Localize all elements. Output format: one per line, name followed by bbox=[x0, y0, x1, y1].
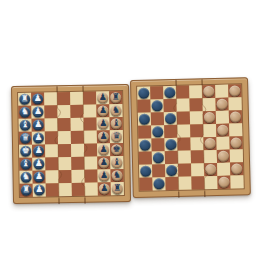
board-square[interactable] bbox=[191, 163, 204, 176]
board-square[interactable] bbox=[151, 112, 164, 125]
chess-piece-wood[interactable]: ♟ bbox=[98, 118, 109, 129]
board-square[interactable] bbox=[70, 105, 83, 118]
board-square[interactable] bbox=[215, 85, 228, 98]
chess-piece-navy[interactable]: ♞ bbox=[20, 172, 31, 183]
board-square[interactable] bbox=[71, 144, 84, 157]
board-square[interactable]: ♟ bbox=[32, 144, 45, 157]
board-square[interactable] bbox=[84, 131, 97, 144]
board-square[interactable] bbox=[150, 86, 163, 99]
board-square[interactable] bbox=[204, 163, 217, 176]
board-square[interactable] bbox=[84, 157, 97, 170]
checker-piece-navy[interactable] bbox=[139, 114, 150, 125]
board-square[interactable] bbox=[164, 125, 177, 138]
board-square[interactable]: ♟ bbox=[97, 143, 110, 156]
board-square[interactable] bbox=[217, 176, 230, 189]
chess-piece-wood[interactable]: ♜ bbox=[110, 92, 121, 103]
chess-piece-symbol: ♟ bbox=[34, 145, 42, 156]
board-square[interactable]: ♚ bbox=[110, 143, 123, 156]
board-square[interactable] bbox=[139, 164, 152, 177]
chess-piece-wood[interactable]: ♞ bbox=[110, 105, 121, 116]
chess-piece-symbol: ♝ bbox=[112, 118, 120, 129]
checkers-board-frame bbox=[130, 77, 251, 198]
board-square[interactable] bbox=[164, 138, 177, 151]
chess-piece-wood[interactable]: ♞ bbox=[111, 170, 122, 181]
board-square[interactable] bbox=[228, 97, 241, 110]
checker-piece-navy[interactable] bbox=[165, 139, 176, 150]
board-square[interactable] bbox=[163, 86, 176, 99]
checker-piece-wood[interactable] bbox=[204, 138, 215, 149]
chess-piece-symbol: ♟ bbox=[35, 158, 43, 169]
board-square[interactable]: ♞ bbox=[110, 169, 123, 182]
checker-piece-navy[interactable] bbox=[152, 126, 163, 137]
chess-piece-symbol: ♜ bbox=[21, 93, 29, 104]
board-square[interactable] bbox=[71, 118, 84, 131]
board-square[interactable]: ♚ bbox=[19, 145, 32, 158]
chess-piece-symbol: ♝ bbox=[21, 119, 29, 130]
chess-piece-symbol: ♟ bbox=[34, 119, 42, 130]
checker-piece-wood[interactable] bbox=[204, 112, 215, 123]
board-square[interactable]: ♞ bbox=[109, 104, 122, 117]
board-square[interactable] bbox=[57, 105, 70, 118]
board-square[interactable] bbox=[191, 176, 204, 189]
board-square[interactable] bbox=[152, 164, 165, 177]
board-square[interactable] bbox=[191, 150, 204, 163]
board-square[interactable] bbox=[45, 157, 58, 170]
board-square[interactable] bbox=[217, 150, 230, 163]
chess-piece-symbol: ♟ bbox=[99, 144, 107, 155]
board-square[interactable] bbox=[203, 124, 216, 137]
board-square[interactable] bbox=[229, 136, 242, 149]
board-square[interactable] bbox=[176, 86, 189, 99]
board-square[interactable] bbox=[59, 183, 72, 196]
checker-piece-navy[interactable] bbox=[165, 113, 176, 124]
board-square[interactable] bbox=[83, 105, 96, 118]
chess-piece-wood[interactable]: ♟ bbox=[98, 144, 109, 155]
board-square[interactable] bbox=[137, 87, 150, 100]
board-square[interactable] bbox=[45, 144, 58, 157]
chess-piece-wood[interactable]: ♝ bbox=[111, 157, 122, 168]
board-square[interactable]: ♟ bbox=[32, 118, 45, 131]
board-square[interactable]: ♟ bbox=[31, 92, 44, 105]
board-square[interactable] bbox=[203, 111, 216, 124]
board-square[interactable] bbox=[57, 92, 70, 105]
board-square[interactable] bbox=[137, 100, 150, 113]
board-square[interactable]: ♟ bbox=[32, 131, 45, 144]
chess-piece-navy[interactable]: ♟ bbox=[34, 184, 45, 195]
chess-piece-navy[interactable]: ♞ bbox=[19, 107, 30, 118]
board-square[interactable] bbox=[190, 124, 203, 137]
chess-piece-wood[interactable]: ♚ bbox=[111, 144, 122, 155]
board-square[interactable] bbox=[151, 125, 164, 138]
board-square[interactable] bbox=[178, 151, 191, 164]
board-square[interactable] bbox=[165, 151, 178, 164]
board-square[interactable]: ♜ bbox=[111, 182, 124, 195]
checker-piece-wood[interactable] bbox=[203, 86, 214, 97]
board-square[interactable] bbox=[71, 131, 84, 144]
board-square[interactable] bbox=[150, 99, 163, 112]
board-square[interactable] bbox=[85, 183, 98, 196]
chess-piece-navy[interactable]: ♟ bbox=[33, 171, 44, 182]
checker-piece-navy[interactable] bbox=[153, 152, 164, 163]
board-square[interactable] bbox=[176, 99, 189, 112]
board-square[interactable] bbox=[45, 131, 58, 144]
chess-piece-symbol: ♚ bbox=[21, 145, 29, 156]
chess-piece-wood[interactable]: ♟ bbox=[97, 92, 108, 103]
checker-piece-navy[interactable] bbox=[164, 87, 175, 98]
chess-piece-symbol: ♟ bbox=[100, 157, 108, 168]
checker-piece-navy[interactable] bbox=[140, 166, 151, 177]
board-square[interactable] bbox=[58, 131, 71, 144]
product-photo: ♜♟♟♜♞♟♟♞♝♟♟♝♛♟♟♛♚♟♟♚♝♟♟♝♞♟♟♞♜♟♟♜ bbox=[0, 0, 259, 259]
chess-piece-symbol: ♞ bbox=[112, 105, 120, 116]
board-square[interactable] bbox=[230, 162, 243, 175]
chess-piece-navy[interactable]: ♚ bbox=[20, 146, 31, 157]
chess-piece-navy[interactable]: ♟ bbox=[32, 106, 43, 117]
board-square[interactable] bbox=[177, 112, 190, 125]
chess-piece-symbol: ♜ bbox=[113, 183, 121, 194]
checker-piece-navy[interactable] bbox=[139, 140, 150, 151]
board-square[interactable]: ♟ bbox=[97, 117, 110, 130]
board-square[interactable] bbox=[71, 157, 84, 170]
chess-piece-symbol: ♛ bbox=[21, 132, 29, 143]
chess-piece-symbol: ♛ bbox=[112, 131, 120, 142]
checkers-board-grid bbox=[137, 84, 244, 191]
chess-piece-symbol: ♞ bbox=[113, 170, 121, 181]
board-square[interactable] bbox=[44, 92, 57, 105]
board-square[interactable]: ♝ bbox=[110, 156, 123, 169]
board-square[interactable] bbox=[202, 85, 215, 98]
chess-piece-wood[interactable]: ♟ bbox=[98, 157, 109, 168]
chess-piece-navy[interactable]: ♜ bbox=[19, 94, 30, 105]
board-square[interactable] bbox=[164, 112, 177, 125]
chess-piece-wood[interactable]: ♟ bbox=[98, 170, 109, 181]
board-square[interactable]: ♝ bbox=[110, 117, 123, 130]
board-square[interactable] bbox=[163, 99, 176, 112]
board-square[interactable] bbox=[204, 150, 217, 163]
board-square[interactable] bbox=[216, 137, 229, 150]
board-square[interactable] bbox=[58, 144, 71, 157]
board-square[interactable] bbox=[44, 105, 57, 118]
chess-piece-navy[interactable]: ♟ bbox=[32, 93, 43, 104]
chess-piece-wood[interactable]: ♝ bbox=[111, 118, 122, 129]
board-square[interactable] bbox=[229, 123, 242, 136]
chess-piece-navy[interactable]: ♜ bbox=[21, 185, 32, 196]
chess-piece-symbol: ♜ bbox=[22, 184, 30, 195]
board-square[interactable] bbox=[189, 85, 202, 98]
board-square[interactable] bbox=[45, 118, 58, 131]
board-square[interactable] bbox=[178, 164, 191, 177]
chess-piece-navy[interactable]: ♟ bbox=[33, 119, 44, 130]
chess-piece-symbol: ♞ bbox=[21, 106, 29, 117]
board-square[interactable]: ♟ bbox=[96, 91, 109, 104]
chess-piece-symbol: ♟ bbox=[34, 93, 42, 104]
checker-piece-wood[interactable] bbox=[230, 137, 241, 148]
checker-piece-wood[interactable] bbox=[230, 111, 241, 122]
chess-piece-wood[interactable]: ♟ bbox=[97, 105, 108, 116]
checker-piece-navy[interactable] bbox=[166, 165, 177, 176]
board-square[interactable] bbox=[177, 125, 190, 138]
board-square[interactable] bbox=[204, 176, 217, 189]
board-square[interactable] bbox=[165, 177, 178, 190]
chess-piece-symbol: ♟ bbox=[34, 106, 42, 117]
board-square[interactable] bbox=[58, 118, 71, 131]
board-square[interactable] bbox=[202, 98, 215, 111]
chess-piece-symbol: ♟ bbox=[34, 132, 42, 143]
board-square[interactable] bbox=[177, 138, 190, 151]
checker-piece-wood[interactable] bbox=[231, 163, 242, 174]
board-square[interactable]: ♟ bbox=[33, 183, 46, 196]
checker-piece-wood[interactable] bbox=[217, 125, 228, 136]
chess-piece-wood[interactable]: ♟ bbox=[99, 183, 110, 194]
board-square[interactable] bbox=[46, 183, 59, 196]
board-square[interactable] bbox=[216, 124, 229, 137]
chess-piece-symbol: ♟ bbox=[35, 184, 43, 195]
checker-piece-wood[interactable] bbox=[229, 85, 240, 96]
board-square[interactable]: ♟ bbox=[97, 169, 110, 182]
board-square[interactable] bbox=[83, 92, 96, 105]
chess-piece-symbol: ♟ bbox=[99, 131, 107, 142]
board-square[interactable]: ♞ bbox=[18, 106, 31, 119]
chess-piece-symbol: ♟ bbox=[35, 171, 43, 182]
board-square[interactable]: ♜ bbox=[20, 184, 33, 197]
chess-piece-symbol: ♞ bbox=[22, 171, 30, 182]
checker-piece-navy[interactable] bbox=[138, 88, 149, 99]
board-square[interactable]: ♝ bbox=[19, 158, 32, 171]
chess-board-frame: ♜♟♟♜♞♟♟♞♝♟♟♝♛♟♟♛♚♟♟♚♝♟♟♝♞♟♟♞♜♟♟♜ bbox=[11, 84, 131, 204]
chess-board-grid: ♜♟♟♜♞♟♟♞♝♟♟♝♛♟♟♛♚♟♟♚♝♟♟♝♞♟♟♞♜♟♟♜ bbox=[18, 91, 124, 197]
chess-piece-symbol: ♜ bbox=[112, 92, 120, 103]
board-square[interactable]: ♟ bbox=[97, 156, 110, 169]
board-square[interactable] bbox=[190, 111, 203, 124]
board-square[interactable] bbox=[72, 183, 85, 196]
checker-piece-navy[interactable] bbox=[153, 178, 164, 189]
board-square[interactable] bbox=[45, 170, 58, 183]
board-square[interactable]: ♝ bbox=[19, 119, 32, 132]
board-square[interactable] bbox=[230, 175, 243, 188]
board-square[interactable] bbox=[84, 170, 97, 183]
board-square[interactable]: ♛ bbox=[19, 132, 32, 145]
board-square[interactable] bbox=[203, 137, 216, 150]
checker-piece-wood[interactable] bbox=[216, 99, 227, 110]
board-square[interactable] bbox=[178, 177, 191, 190]
checker-piece-wood[interactable] bbox=[218, 151, 229, 162]
board-square[interactable] bbox=[139, 151, 152, 164]
checker-piece-wood[interactable] bbox=[218, 177, 229, 188]
board-square[interactable] bbox=[152, 151, 165, 164]
board-square[interactable] bbox=[58, 157, 71, 170]
board-square[interactable]: ♜ bbox=[109, 91, 122, 104]
board-square[interactable]: ♞ bbox=[19, 171, 32, 184]
board-square[interactable] bbox=[70, 92, 83, 105]
board-square[interactable] bbox=[138, 138, 151, 151]
chess-piece-navy[interactable]: ♛ bbox=[20, 133, 31, 144]
chess-piece-navy[interactable]: ♟ bbox=[33, 145, 44, 156]
board-square[interactable]: ♛ bbox=[110, 130, 123, 143]
chess-piece-symbol: ♟ bbox=[99, 92, 107, 103]
board-square[interactable] bbox=[84, 144, 97, 157]
chess-piece-symbol: ♝ bbox=[113, 157, 121, 168]
chess-piece-wood[interactable]: ♛ bbox=[111, 131, 122, 142]
chess-piece-navy[interactable]: ♟ bbox=[33, 158, 44, 169]
board-square[interactable] bbox=[228, 84, 241, 97]
chess-piece-navy[interactable]: ♟ bbox=[33, 132, 44, 143]
board-square[interactable]: ♟ bbox=[32, 170, 45, 183]
chess-piece-symbol: ♟ bbox=[100, 183, 108, 194]
chess-piece-symbol: ♟ bbox=[99, 118, 107, 129]
checker-piece-navy[interactable] bbox=[152, 100, 163, 111]
board-square[interactable] bbox=[138, 125, 151, 138]
checker-piece-wood[interactable] bbox=[205, 164, 216, 175]
board-square[interactable] bbox=[230, 149, 243, 162]
chess-piece-symbol: ♚ bbox=[112, 144, 120, 155]
board-square[interactable] bbox=[139, 177, 152, 190]
board-square[interactable] bbox=[165, 164, 178, 177]
board-square[interactable] bbox=[138, 113, 151, 126]
chess-piece-wood[interactable]: ♟ bbox=[98, 131, 109, 142]
chess-piece-navy[interactable]: ♝ bbox=[20, 120, 31, 131]
board-square[interactable] bbox=[217, 163, 230, 176]
board-square[interactable]: ♟ bbox=[98, 182, 111, 195]
board-square[interactable]: ♟ bbox=[32, 157, 45, 170]
board-square[interactable] bbox=[58, 170, 71, 183]
board-square[interactable]: ♟ bbox=[97, 130, 110, 143]
chess-piece-navy[interactable]: ♝ bbox=[20, 159, 31, 170]
board-square[interactable] bbox=[151, 138, 164, 151]
chess-piece-wood[interactable]: ♜ bbox=[112, 183, 123, 194]
board-square[interactable] bbox=[229, 110, 242, 123]
chess-piece-symbol: ♝ bbox=[22, 158, 30, 169]
board-square[interactable] bbox=[216, 111, 229, 124]
board-square[interactable] bbox=[190, 137, 203, 150]
chess-piece-symbol: ♟ bbox=[99, 105, 107, 116]
board-square[interactable] bbox=[152, 177, 165, 190]
board-square[interactable] bbox=[189, 98, 202, 111]
board-square[interactable]: ♟ bbox=[31, 105, 44, 118]
board-square[interactable]: ♜ bbox=[18, 93, 31, 106]
chess-piece-symbol: ♟ bbox=[100, 170, 108, 181]
board-square[interactable] bbox=[215, 98, 228, 111]
board-square[interactable]: ♟ bbox=[96, 104, 109, 117]
board-square[interactable] bbox=[84, 118, 97, 131]
board-square[interactable] bbox=[71, 170, 84, 183]
